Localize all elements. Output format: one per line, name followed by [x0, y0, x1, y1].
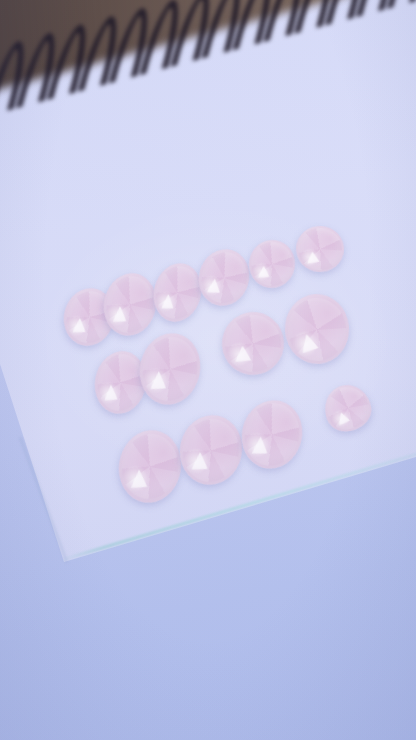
photo-gemstones-on-notebook	[0, 0, 416, 740]
